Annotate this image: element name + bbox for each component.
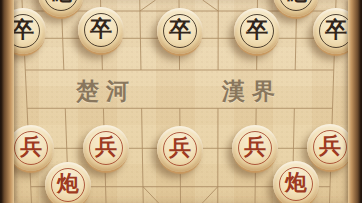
piece-glyph: 兵 <box>169 137 191 159</box>
piece-black-soldier[interactable]: 卒 <box>157 8 203 54</box>
piece-red-cannon[interactable]: 炮 <box>45 162 91 203</box>
piece-glyph: 卒 <box>12 19 34 41</box>
piece-glyph: 兵 <box>319 135 341 157</box>
piece-red-soldier[interactable]: 兵 <box>307 124 353 170</box>
piece-glyph: 炮 <box>285 172 307 194</box>
piece-glyph: 兵 <box>244 136 266 158</box>
piece-glyph: 卒 <box>90 18 112 40</box>
piece-glyph: 兵 <box>20 136 42 158</box>
piece-glyph: 砲 <box>50 0 72 4</box>
piece-glyph: 卒 <box>169 19 191 41</box>
piece-glyph: 砲 <box>285 0 307 4</box>
river-label-left: 楚河 <box>76 79 136 105</box>
piece-glyph: 炮 <box>57 173 79 195</box>
river-label-right: 漢界 <box>222 79 282 105</box>
piece-glyph: 卒 <box>325 19 347 41</box>
piece-glyph: 兵 <box>95 136 117 158</box>
piece-red-soldier[interactable]: 兵 <box>8 125 54 171</box>
piece-red-soldier[interactable]: 兵 <box>157 126 203 172</box>
piece-black-soldier[interactable]: 卒 <box>78 7 124 53</box>
board-frame-right <box>348 0 362 203</box>
piece-black-soldier[interactable]: 卒 <box>234 8 280 54</box>
piece-red-cannon[interactable]: 炮 <box>273 161 319 203</box>
board-frame-left <box>0 0 14 203</box>
piece-red-soldier[interactable]: 兵 <box>83 125 129 171</box>
xiangqi-board[interactable]: 楚河 漢界 砲砲卒卒卒卒卒兵兵兵兵兵炮炮 <box>0 0 362 203</box>
piece-glyph: 卒 <box>246 19 268 41</box>
piece-red-soldier[interactable]: 兵 <box>232 125 278 171</box>
